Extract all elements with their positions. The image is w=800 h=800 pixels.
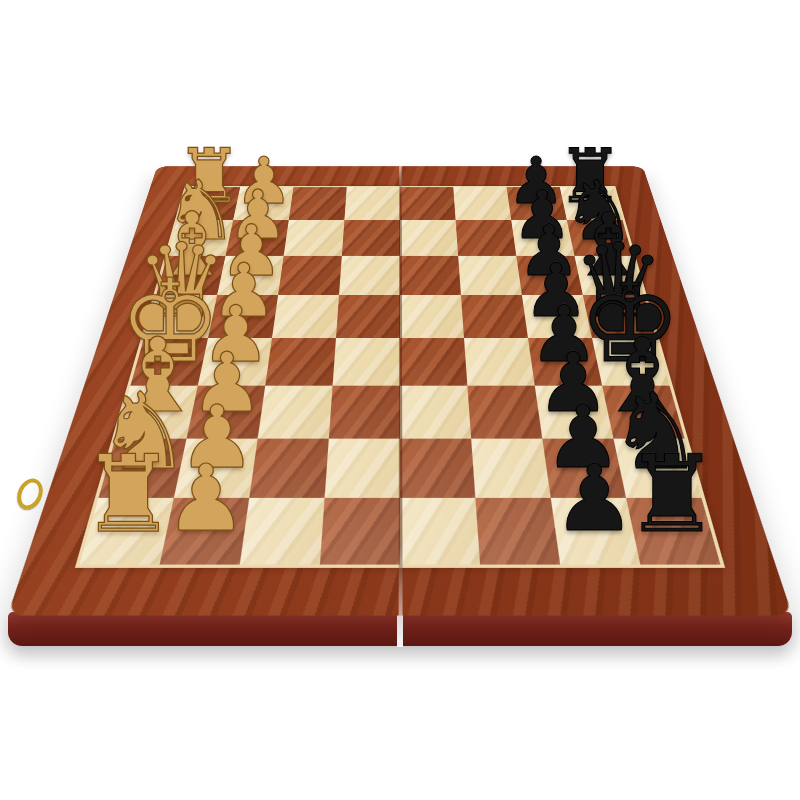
hinge-gap [397,610,403,647]
square-g4[interactable] [325,439,400,498]
square-a3[interactable] [289,187,347,220]
white-pawn-h2[interactable]: ♟ [165,453,247,545]
square-e4[interactable] [333,338,400,386]
square-b4[interactable] [342,220,400,256]
black-pawn-h7[interactable]: ♟ [553,453,635,545]
square-b3[interactable] [284,220,345,256]
square-b6[interactable] [456,220,517,256]
square-f5[interactable] [400,386,471,439]
square-c6[interactable] [458,256,522,295]
square-a4[interactable] [344,187,400,220]
square-c5[interactable] [400,256,461,295]
product-photo-stage: ♜♟♟♜♞♟♟♞♝♟♟♝♛♟♟♛♚♟♟♚♝♟♟♝♞♟♟♞♜♟♟♜ [0,0,800,800]
square-f3[interactable] [258,386,333,439]
square-d6[interactable] [461,295,528,338]
square-e5[interactable] [400,338,467,386]
square-d5[interactable] [400,295,464,338]
square-f4[interactable] [329,386,400,439]
square-h4[interactable] [320,498,400,565]
square-f6[interactable] [467,386,542,439]
white-rook-h1[interactable]: ♜ [80,441,175,548]
square-e6[interactable] [464,338,535,386]
square-h6[interactable] [475,498,560,565]
square-g6[interactable] [471,439,551,498]
square-a5[interactable] [400,187,456,220]
square-e3[interactable] [265,338,336,386]
square-c4[interactable] [339,256,400,295]
box-side-edge [8,612,792,646]
square-h3[interactable] [240,498,325,565]
square-d3[interactable] [272,295,339,338]
square-g3[interactable] [249,439,329,498]
square-d4[interactable] [336,295,400,338]
black-rook-h8[interactable]: ♜ [624,441,719,548]
square-h5[interactable] [400,498,480,565]
square-a6[interactable] [453,187,511,220]
square-b5[interactable] [400,220,458,256]
square-g5[interactable] [400,439,475,498]
square-c3[interactable] [278,256,342,295]
